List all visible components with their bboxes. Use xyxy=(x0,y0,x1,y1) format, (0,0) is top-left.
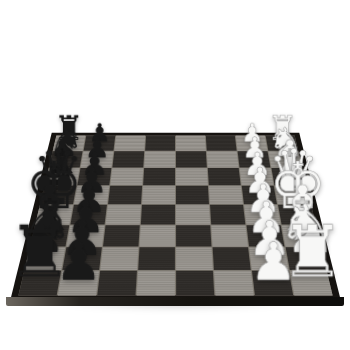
chessboard: ♜♟♟♜♞♟♟♞♝♟♟♝♛♟♟♛♚♟♟♚♝♟♟♝♞♟♟♞♜♟♟♜ xyxy=(10,133,340,300)
white-rook: ♜ xyxy=(280,217,344,288)
board-front-edge xyxy=(6,297,344,306)
square-r2c4 xyxy=(144,151,175,167)
square-r6c3 xyxy=(103,225,140,246)
square-r4c3 xyxy=(108,186,142,204)
square-r6c5 xyxy=(176,225,211,246)
square-r2c6 xyxy=(207,151,239,167)
square-r4c4 xyxy=(142,186,175,204)
square-r7c4 xyxy=(138,247,175,270)
square-r7c5 xyxy=(176,247,213,270)
square-r8c8: ♜ xyxy=(290,271,333,296)
square-r1c4 xyxy=(145,135,175,150)
chess-set-product-photo[interactable]: ♜♟♟♜♞♟♟♞♝♟♟♝♛♟♟♛♚♟♟♚♝♟♟♝♞♟♟♞♜♟♟♜ xyxy=(0,0,350,350)
black-rook: ♜ xyxy=(7,217,71,288)
square-r1c3 xyxy=(114,135,145,150)
square-r5c4 xyxy=(141,205,175,225)
square-r6c4 xyxy=(140,225,175,246)
square-r5c5 xyxy=(176,205,210,225)
square-r3c3 xyxy=(110,168,143,185)
square-r4c5 xyxy=(176,186,209,204)
square-r5c6 xyxy=(210,205,245,225)
square-r3c6 xyxy=(208,168,241,185)
square-r4c6 xyxy=(209,186,243,204)
square-r1c5 xyxy=(176,135,206,150)
square-r7c6 xyxy=(213,247,251,270)
square-r8c5 xyxy=(176,271,214,296)
square-r3c4 xyxy=(143,168,175,185)
square-r5c3 xyxy=(106,205,141,225)
square-r2c5 xyxy=(176,151,207,167)
square-r7c3 xyxy=(100,247,138,270)
board-grid: ♜♟♟♜♞♟♟♞♝♟♟♝♛♟♟♛♚♟♟♚♝♟♟♝♞♟♟♞♜♟♟♜ xyxy=(18,135,332,295)
square-r8c4 xyxy=(137,271,175,296)
square-r8c6 xyxy=(214,271,254,296)
square-r6c6 xyxy=(211,225,248,246)
square-r2c3 xyxy=(112,151,144,167)
square-r1c6 xyxy=(206,135,237,150)
square-r8c3 xyxy=(97,271,137,296)
square-r3c5 xyxy=(176,168,208,185)
square-r8c1: ♜ xyxy=(18,271,61,296)
